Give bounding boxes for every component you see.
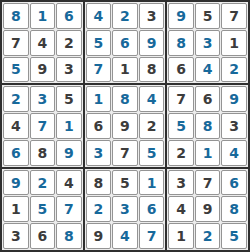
given-digit: 7 bbox=[176, 92, 186, 106]
cell-r4c4[interactable]: 1 bbox=[86, 86, 112, 112]
solved-digit: 4 bbox=[203, 62, 213, 76]
cell-r7c4[interactable]: 8 bbox=[86, 170, 112, 196]
cell-r5c6[interactable]: 2 bbox=[139, 113, 165, 139]
cell-r5c4[interactable]: 6 bbox=[86, 113, 112, 139]
solved-digit: 8 bbox=[64, 229, 74, 243]
cell-r3c8[interactable]: 4 bbox=[195, 57, 221, 83]
given-digit: 3 bbox=[147, 9, 157, 23]
cell-r2c1[interactable]: 7 bbox=[3, 30, 29, 56]
solved-digit: 2 bbox=[120, 9, 130, 23]
given-digit: 1 bbox=[120, 62, 130, 76]
box-8: 851236947 bbox=[85, 169, 166, 250]
given-digit: 7 bbox=[11, 36, 21, 50]
solved-digit: 8 bbox=[120, 92, 130, 106]
cell-r9c1[interactable]: 3 bbox=[3, 223, 29, 249]
cell-r9c8[interactable]: 2 bbox=[195, 223, 221, 249]
given-digit: 6 bbox=[94, 119, 104, 133]
solved-digit: 6 bbox=[147, 202, 157, 216]
cell-r8c9[interactable]: 8 bbox=[221, 196, 247, 222]
cell-r9c3[interactable]: 8 bbox=[56, 223, 82, 249]
solved-digit: 6 bbox=[64, 9, 74, 23]
solved-digit: 5 bbox=[11, 62, 21, 76]
solved-digit: 5 bbox=[176, 119, 186, 133]
box-9: 376498125 bbox=[167, 169, 248, 250]
solved-digit: 2 bbox=[229, 62, 239, 76]
solved-digit: 4 bbox=[94, 9, 104, 23]
box-6: 769583214 bbox=[167, 85, 248, 166]
cell-r2c7[interactable]: 8 bbox=[168, 30, 194, 56]
solved-digit: 3 bbox=[94, 146, 104, 160]
cell-r9c9[interactable]: 5 bbox=[221, 223, 247, 249]
cell-r7c8[interactable]: 7 bbox=[195, 170, 221, 196]
given-digit: 4 bbox=[64, 176, 74, 190]
solved-digit: 1 bbox=[64, 119, 74, 133]
given-digit: 3 bbox=[176, 176, 186, 190]
cell-r3c9[interactable]: 2 bbox=[221, 57, 247, 83]
cell-r5c7[interactable]: 5 bbox=[168, 113, 194, 139]
solved-digit: 5 bbox=[94, 36, 104, 50]
cell-r3c2[interactable]: 9 bbox=[30, 57, 56, 83]
given-digit: 3 bbox=[64, 62, 74, 76]
cell-r2c8[interactable]: 3 bbox=[195, 30, 221, 56]
solved-digit: 3 bbox=[203, 36, 213, 50]
solved-digit: 7 bbox=[64, 202, 74, 216]
box-2: 423569718 bbox=[85, 2, 166, 83]
given-digit: 8 bbox=[94, 176, 104, 190]
cell-r8c3[interactable]: 7 bbox=[56, 196, 82, 222]
given-digit: 2 bbox=[147, 119, 157, 133]
cell-r5c3[interactable]: 1 bbox=[56, 113, 82, 139]
cell-r7c5[interactable]: 5 bbox=[112, 170, 138, 196]
cell-r1c1[interactable]: 8 bbox=[3, 3, 29, 29]
solved-digit: 7 bbox=[37, 119, 47, 133]
box-3: 957831642 bbox=[167, 2, 248, 83]
solved-digit: 6 bbox=[229, 176, 239, 190]
solved-digit: 2 bbox=[203, 229, 213, 243]
solved-digit: 9 bbox=[147, 36, 157, 50]
cell-r4c2[interactable]: 3 bbox=[30, 86, 56, 112]
solved-digit: 7 bbox=[147, 229, 157, 243]
cell-r7c7[interactable]: 3 bbox=[168, 170, 194, 196]
solved-digit: 3 bbox=[120, 202, 130, 216]
cell-r8c2[interactable]: 5 bbox=[30, 196, 56, 222]
cell-r4c7[interactable]: 7 bbox=[168, 86, 194, 112]
given-digit: 7 bbox=[203, 176, 213, 190]
given-digit: 6 bbox=[37, 229, 47, 243]
given-digit: 5 bbox=[203, 9, 213, 23]
cell-r7c3[interactable]: 4 bbox=[56, 170, 82, 196]
given-digit: 1 bbox=[11, 202, 21, 216]
cell-r6c2[interactable]: 8 bbox=[30, 140, 56, 166]
solved-digit: 4 bbox=[147, 92, 157, 106]
cell-r2c9[interactable]: 1 bbox=[221, 30, 247, 56]
solved-digit: 1 bbox=[37, 9, 47, 23]
cell-r9c7[interactable]: 1 bbox=[168, 223, 194, 249]
cell-r2c6[interactable]: 9 bbox=[139, 30, 165, 56]
cell-r1c7[interactable]: 9 bbox=[168, 3, 194, 29]
cell-r9c2[interactable]: 6 bbox=[30, 223, 56, 249]
cell-r2c5[interactable]: 6 bbox=[112, 30, 138, 56]
cell-r2c4[interactable]: 5 bbox=[86, 30, 112, 56]
solved-digit: 2 bbox=[94, 202, 104, 216]
solved-digit: 6 bbox=[120, 36, 130, 50]
cell-r1c8[interactable]: 5 bbox=[195, 3, 221, 29]
given-digit: 4 bbox=[11, 119, 21, 133]
given-digit: 8 bbox=[147, 62, 157, 76]
solved-digit: 2 bbox=[37, 176, 47, 190]
cell-r6c5[interactable]: 7 bbox=[112, 140, 138, 166]
solved-digit: 7 bbox=[94, 62, 104, 76]
cell-r7c1[interactable]: 9 bbox=[3, 170, 29, 196]
cell-r7c6[interactable]: 1 bbox=[139, 170, 165, 196]
box-5: 184692375 bbox=[85, 85, 166, 166]
given-digit: 3 bbox=[229, 119, 239, 133]
solved-digit: 3 bbox=[37, 92, 47, 106]
cell-r3c5[interactable]: 1 bbox=[112, 57, 138, 83]
given-digit: 7 bbox=[229, 9, 239, 23]
cell-r7c2[interactable]: 2 bbox=[30, 170, 56, 196]
cell-r4c3[interactable]: 5 bbox=[56, 86, 82, 112]
solved-digit: 1 bbox=[94, 92, 104, 106]
cell-r5c2[interactable]: 7 bbox=[30, 113, 56, 139]
box-7: 924157368 bbox=[2, 169, 83, 250]
cell-r1c4[interactable]: 4 bbox=[86, 3, 112, 29]
given-digit: 4 bbox=[37, 36, 47, 50]
given-digit: 1 bbox=[176, 229, 186, 243]
cell-r8c6[interactable]: 6 bbox=[139, 196, 165, 222]
cell-r1c3[interactable]: 6 bbox=[56, 3, 82, 29]
cell-r6c3[interactable]: 9 bbox=[56, 140, 82, 166]
cell-r7c9[interactable]: 6 bbox=[221, 170, 247, 196]
box-4: 235471689 bbox=[2, 85, 83, 166]
sudoku-board: 8167425934235697189578316422354716891846… bbox=[0, 0, 250, 252]
given-digit: 6 bbox=[203, 92, 213, 106]
given-digit: 9 bbox=[94, 229, 104, 243]
solved-digit: 8 bbox=[203, 119, 213, 133]
solved-digit: 8 bbox=[229, 202, 239, 216]
cell-r3c4[interactable]: 7 bbox=[86, 57, 112, 83]
cell-r1c5[interactable]: 2 bbox=[112, 3, 138, 29]
cell-r2c3[interactable]: 2 bbox=[56, 30, 82, 56]
cell-r6c9[interactable]: 4 bbox=[221, 140, 247, 166]
cell-r3c3[interactable]: 3 bbox=[56, 57, 82, 83]
cell-r1c9[interactable]: 7 bbox=[221, 3, 247, 29]
cell-r1c2[interactable]: 1 bbox=[30, 3, 56, 29]
cell-r3c7[interactable]: 6 bbox=[168, 57, 194, 83]
given-digit: 1 bbox=[229, 36, 239, 50]
solved-digit: 4 bbox=[229, 146, 239, 160]
solved-digit: 8 bbox=[176, 36, 186, 50]
cell-r8c7[interactable]: 4 bbox=[168, 196, 194, 222]
cell-r4c1[interactable]: 2 bbox=[3, 86, 29, 112]
cell-r5c1[interactable]: 4 bbox=[3, 113, 29, 139]
solved-digit: 1 bbox=[203, 146, 213, 160]
solved-digit: 4 bbox=[120, 229, 130, 243]
cell-r5c9[interactable]: 3 bbox=[221, 113, 247, 139]
cell-r5c8[interactable]: 8 bbox=[195, 113, 221, 139]
cell-r5c5[interactable]: 9 bbox=[112, 113, 138, 139]
cell-r4c6[interactable]: 4 bbox=[139, 86, 165, 112]
given-digit: 9 bbox=[203, 202, 213, 216]
solved-digit: 9 bbox=[64, 146, 74, 160]
cell-r9c4[interactable]: 9 bbox=[86, 223, 112, 249]
given-digit: 5 bbox=[64, 92, 74, 106]
cell-r6c4[interactable]: 3 bbox=[86, 140, 112, 166]
solved-digit: 9 bbox=[229, 92, 239, 106]
cell-r6c6[interactable]: 5 bbox=[139, 140, 165, 166]
cell-r2c2[interactable]: 4 bbox=[30, 30, 56, 56]
given-digit: 4 bbox=[176, 202, 186, 216]
given-digit: 3 bbox=[11, 229, 21, 243]
solved-digit: 5 bbox=[229, 229, 239, 243]
solved-digit: 5 bbox=[37, 202, 47, 216]
given-digit: 9 bbox=[120, 119, 130, 133]
given-digit: 9 bbox=[37, 62, 47, 76]
cell-r4c5[interactable]: 8 bbox=[112, 86, 138, 112]
cell-r4c8[interactable]: 6 bbox=[195, 86, 221, 112]
cell-r8c5[interactable]: 3 bbox=[112, 196, 138, 222]
given-digit: 6 bbox=[176, 62, 186, 76]
given-digit: 5 bbox=[120, 176, 130, 190]
cell-r1c6[interactable]: 3 bbox=[139, 3, 165, 29]
cell-r6c7[interactable]: 2 bbox=[168, 140, 194, 166]
solved-digit: 8 bbox=[11, 9, 21, 23]
cell-r8c1[interactable]: 1 bbox=[3, 196, 29, 222]
solved-digit: 9 bbox=[11, 176, 21, 190]
cell-r6c1[interactable]: 6 bbox=[3, 140, 29, 166]
solved-digit: 9 bbox=[176, 9, 186, 23]
cell-r8c4[interactable]: 2 bbox=[86, 196, 112, 222]
given-digit: 2 bbox=[64, 36, 74, 50]
cell-r3c6[interactable]: 8 bbox=[139, 57, 165, 83]
given-digit: 2 bbox=[176, 146, 186, 160]
solved-digit: 1 bbox=[147, 176, 157, 190]
cell-r4c9[interactable]: 9 bbox=[221, 86, 247, 112]
cell-r9c6[interactable]: 7 bbox=[139, 223, 165, 249]
cell-r3c1[interactable]: 5 bbox=[3, 57, 29, 83]
solved-digit: 6 bbox=[11, 146, 21, 160]
cell-r6c8[interactable]: 1 bbox=[195, 140, 221, 166]
solved-digit: 2 bbox=[11, 92, 21, 106]
cell-r8c8[interactable]: 9 bbox=[195, 196, 221, 222]
solved-digit: 5 bbox=[147, 146, 157, 160]
given-digit: 8 bbox=[37, 146, 47, 160]
given-digit: 7 bbox=[120, 146, 130, 160]
cell-r9c5[interactable]: 4 bbox=[112, 223, 138, 249]
box-1: 816742593 bbox=[2, 2, 83, 83]
